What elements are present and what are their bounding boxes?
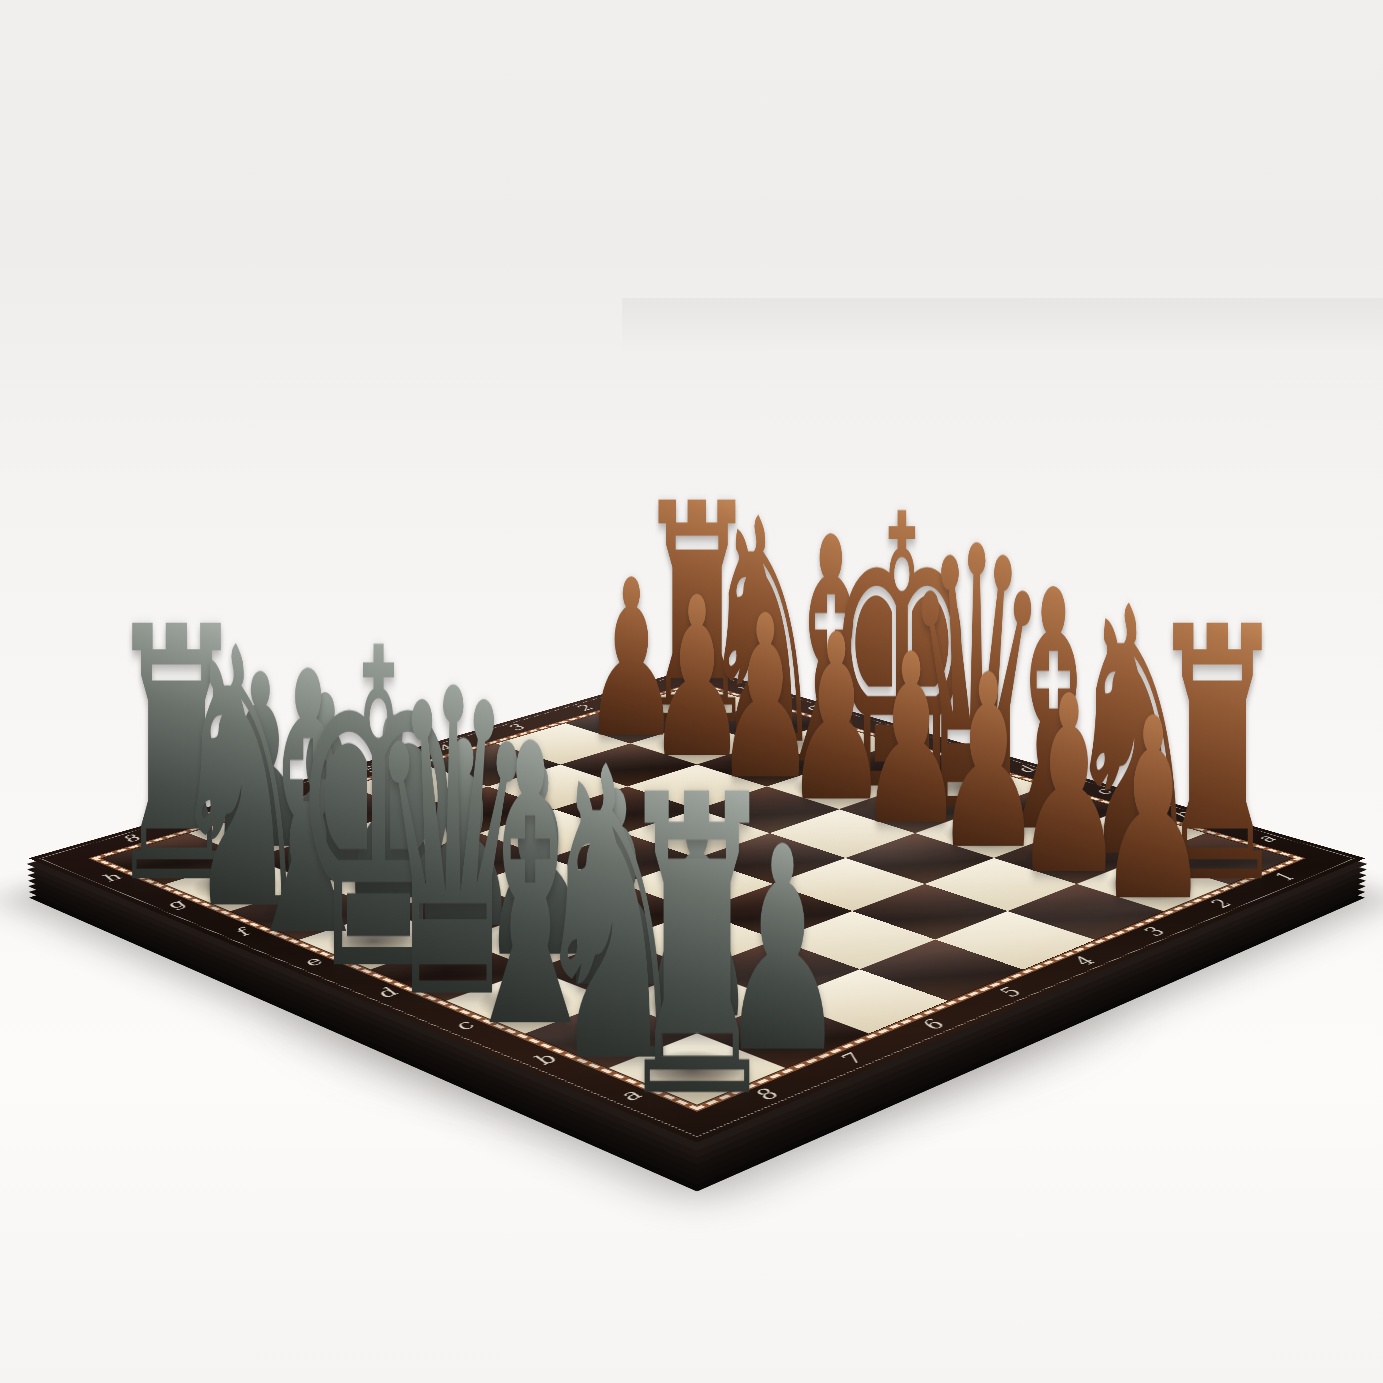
rook-glyph: ♜: [580, 742, 814, 1155]
square-a8: ♜: [609, 1034, 784, 1105]
backdrop-seam: [622, 298, 1383, 368]
pawn-glyph: ♟: [1041, 686, 1266, 936]
square-a2: ♟: [1077, 858, 1229, 911]
chess-set-product-photo: ♜♞♝♚♛♝♞♜♟♟♟♟♟♟♟♟♟♟♟♟♟♟♟♟♜♞♝♚♛♝♞♜ aabbccd…: [0, 0, 1383, 1383]
